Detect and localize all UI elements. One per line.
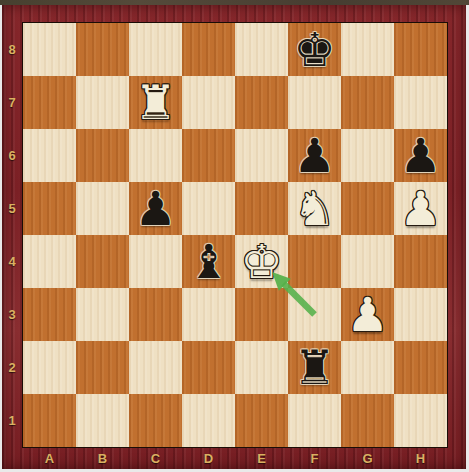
square-h5[interactable]: ♟	[394, 182, 447, 235]
square-d5[interactable]	[182, 182, 235, 235]
file-label-g: G	[341, 448, 394, 469]
rank-label-3: 3	[2, 288, 22, 341]
rank-label-1: 1	[2, 394, 22, 447]
square-g1[interactable]	[341, 394, 394, 447]
chess-diagram: 87654321 ABCDEFGH ♚♜♟♟♟♞♟♝♚♟♜	[0, 0, 469, 472]
square-e8[interactable]	[235, 23, 288, 76]
square-h1[interactable]	[394, 394, 447, 447]
black-pawn[interactable]: ♟	[134, 182, 176, 235]
square-h6[interactable]: ♟	[394, 129, 447, 182]
white-pawn[interactable]: ♟	[399, 182, 441, 235]
square-b5[interactable]	[76, 182, 129, 235]
square-b8[interactable]	[76, 23, 129, 76]
square-h2[interactable]	[394, 341, 447, 394]
rank-label-8: 8	[2, 23, 22, 76]
square-g5[interactable]	[341, 182, 394, 235]
rank-label-4: 4	[2, 235, 22, 288]
square-d8[interactable]	[182, 23, 235, 76]
square-h4[interactable]	[394, 235, 447, 288]
square-c7[interactable]: ♜	[129, 76, 182, 129]
white-rook[interactable]: ♜	[134, 76, 176, 129]
square-c4[interactable]	[129, 235, 182, 288]
square-e7[interactable]	[235, 76, 288, 129]
square-b6[interactable]	[76, 129, 129, 182]
square-h8[interactable]	[394, 23, 447, 76]
white-knight[interactable]: ♞	[293, 182, 335, 235]
square-d4[interactable]: ♝	[182, 235, 235, 288]
square-a8[interactable]	[23, 23, 76, 76]
square-f3[interactable]	[288, 288, 341, 341]
white-king[interactable]: ♚	[240, 235, 282, 288]
square-b4[interactable]	[76, 235, 129, 288]
black-king[interactable]: ♚	[293, 23, 335, 76]
square-h7[interactable]	[394, 76, 447, 129]
square-a6[interactable]	[23, 129, 76, 182]
file-label-c: C	[129, 448, 182, 469]
square-h3[interactable]	[394, 288, 447, 341]
square-e6[interactable]	[235, 129, 288, 182]
rank-label-2: 2	[2, 341, 22, 394]
square-g7[interactable]	[341, 76, 394, 129]
square-g8[interactable]	[341, 23, 394, 76]
square-d3[interactable]	[182, 288, 235, 341]
square-b1[interactable]	[76, 394, 129, 447]
square-d1[interactable]	[182, 394, 235, 447]
square-c3[interactable]	[129, 288, 182, 341]
square-g3[interactable]: ♟	[341, 288, 394, 341]
black-pawn[interactable]: ♟	[293, 129, 335, 182]
square-f7[interactable]	[288, 76, 341, 129]
file-label-f: F	[288, 448, 341, 469]
square-d6[interactable]	[182, 129, 235, 182]
square-b3[interactable]	[76, 288, 129, 341]
square-d2[interactable]	[182, 341, 235, 394]
square-a4[interactable]	[23, 235, 76, 288]
black-rook[interactable]: ♜	[293, 341, 335, 394]
rank-label-7: 7	[2, 76, 22, 129]
file-label-h: H	[394, 448, 447, 469]
square-c6[interactable]	[129, 129, 182, 182]
black-bishop[interactable]: ♝	[187, 235, 229, 288]
square-c2[interactable]	[129, 341, 182, 394]
square-c5[interactable]: ♟	[129, 182, 182, 235]
square-f2[interactable]: ♜	[288, 341, 341, 394]
white-pawn[interactable]: ♟	[346, 288, 388, 341]
file-label-e: E	[235, 448, 288, 469]
black-pawn[interactable]: ♟	[399, 129, 441, 182]
square-a2[interactable]	[23, 341, 76, 394]
square-c1[interactable]	[129, 394, 182, 447]
square-e2[interactable]	[235, 341, 288, 394]
square-e5[interactable]	[235, 182, 288, 235]
square-a5[interactable]	[23, 182, 76, 235]
square-b7[interactable]	[76, 76, 129, 129]
rank-label-6: 6	[2, 129, 22, 182]
rank-labels: 87654321	[2, 23, 22, 447]
file-label-a: A	[23, 448, 76, 469]
file-labels: ABCDEFGH	[23, 448, 447, 469]
square-e4[interactable]: ♚	[235, 235, 288, 288]
square-d7[interactable]	[182, 76, 235, 129]
square-b2[interactable]	[76, 341, 129, 394]
square-a1[interactable]	[23, 394, 76, 447]
file-label-b: B	[76, 448, 129, 469]
file-label-d: D	[182, 448, 235, 469]
board-frame: 87654321 ABCDEFGH ♚♜♟♟♟♞♟♝♚♟♜	[2, 5, 466, 469]
square-f1[interactable]	[288, 394, 341, 447]
square-f4[interactable]	[288, 235, 341, 288]
square-g2[interactable]	[341, 341, 394, 394]
square-f6[interactable]: ♟	[288, 129, 341, 182]
square-a3[interactable]	[23, 288, 76, 341]
square-f8[interactable]: ♚	[288, 23, 341, 76]
square-e3[interactable]	[235, 288, 288, 341]
chess-board: ♚♜♟♟♟♞♟♝♚♟♜	[22, 22, 448, 448]
square-c8[interactable]	[129, 23, 182, 76]
square-g6[interactable]	[341, 129, 394, 182]
square-a7[interactable]	[23, 76, 76, 129]
square-g4[interactable]	[341, 235, 394, 288]
square-e1[interactable]	[235, 394, 288, 447]
rank-label-5: 5	[2, 182, 22, 235]
square-f5[interactable]: ♞	[288, 182, 341, 235]
